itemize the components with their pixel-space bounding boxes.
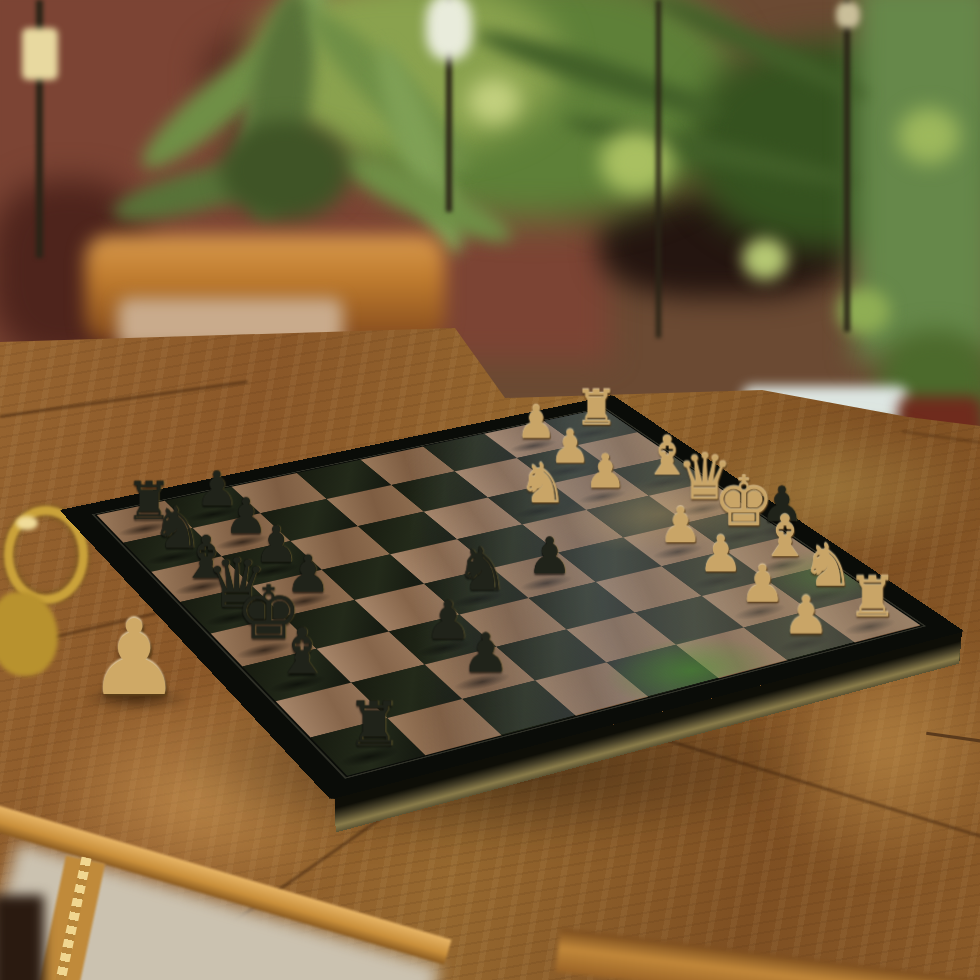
piece-black-pawn-e4[interactable]: ♟ <box>527 534 572 579</box>
piece-white-rook-h1[interactable]: ♜ <box>847 573 897 624</box>
piece-white-knight-c3[interactable]: ♞ <box>518 458 568 508</box>
outdoor-chess-scene: ♜♟♟♜♞♟♟♝♟♞♟♝♛♟♛♚♞♟♟♚♝♟♟♝♟♟♞♜♟♜ ♟ ♟ <box>0 0 980 980</box>
table-leg-shadow <box>0 895 44 980</box>
bokeh-light <box>898 108 960 164</box>
candle-stand-rod <box>656 0 661 338</box>
bokeh-light <box>600 130 672 194</box>
bokeh-light <box>468 78 520 124</box>
candle-knob <box>836 2 860 28</box>
brass-highlight <box>16 516 38 530</box>
candle <box>22 28 58 80</box>
piece-black-pawn-g6[interactable]: ♟ <box>462 629 510 678</box>
piece-white-pawn-g2[interactable]: ♟ <box>739 562 785 608</box>
aloe-plant <box>220 120 350 220</box>
piece-black-rook-h8[interactable]: ♜ <box>346 697 401 752</box>
candle <box>426 0 472 60</box>
candle-stand-rod <box>844 0 850 332</box>
white-pawn-glyph: ♟ <box>87 609 180 708</box>
piece-white-pawn-c2[interactable]: ♟ <box>584 451 626 494</box>
piece-white-pawn-h2[interactable]: ♟ <box>783 593 830 640</box>
piece-white-pawn-f2[interactable]: ♟ <box>698 532 743 577</box>
bokeh-light <box>742 238 788 280</box>
piece-black-bishop-f8[interactable]: ♝ <box>274 624 330 680</box>
piece-white-pawn-e2[interactable]: ♟ <box>659 504 703 548</box>
piece-white-knight-g1[interactable]: ♞ <box>801 539 854 592</box>
captured-white-pawn[interactable]: ♟ <box>74 578 194 708</box>
piece-black-knight-e5[interactable]: ♞ <box>455 543 508 596</box>
